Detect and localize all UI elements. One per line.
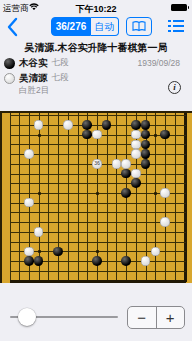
stone-black [141,130,151,140]
grid-line-horizontal [10,183,187,184]
stone-black [160,130,170,140]
star-point [38,250,41,253]
black-player-name: 木谷实 [19,57,48,70]
next-move-button[interactable]: + [157,307,185,328]
book-button[interactable] [126,17,152,36]
game-date: 1939/09/28 [137,58,180,68]
grid-line-horizontal [10,115,187,116]
grid-line-vertical [19,111,20,282]
black-stone-icon [4,58,15,69]
stone-white [34,227,44,237]
auto-play-segment[interactable]: 自动 [91,17,119,36]
status-bar: 运营商 下午10:22 [0,0,192,15]
stone-white: 36 [92,159,102,169]
stone-white [131,140,141,150]
white-player-row: 吴清源 七段 [4,72,69,84]
move-stepper: − + [127,306,185,329]
grid-line-vertical [48,111,49,282]
grid-line-vertical [175,111,176,282]
move-counter-segment[interactable]: 36/276 [51,17,91,36]
move-slider-knob[interactable] [18,308,36,326]
grid-line-vertical [58,111,59,282]
grid-line-vertical [10,111,11,282]
stone-white [24,247,34,257]
stone-black [141,140,151,150]
stone-black [53,247,63,257]
grid-line-vertical [184,111,187,282]
star-point [38,192,41,195]
stone-black [131,178,141,188]
grid-line-horizontal [10,212,187,213]
star-point [96,192,99,195]
stone-white [63,120,73,130]
star-point [96,250,99,253]
grid-line-vertical [78,111,79,282]
stone-black [131,120,141,130]
open-book-icon [132,21,146,32]
stone-white [151,247,161,257]
white-player-name: 吴清源 [19,72,48,85]
star-point [38,134,41,137]
grid-line-horizontal [10,144,187,145]
stone-black [82,130,92,140]
game-result: 白胜2目 [19,85,49,97]
battery-icon [171,4,187,11]
move-list-button[interactable] [168,19,184,33]
stone-black [141,159,151,169]
stone-black [34,256,44,266]
stone-white [24,149,34,159]
white-stone-icon [4,73,15,84]
stone-white [141,256,151,266]
grid-line-vertical [116,111,117,282]
grid-line-horizontal [10,203,187,204]
black-player-row: 木谷实 七段 [4,57,69,69]
nav-bar: 36/276 自动 [0,15,192,40]
stone-black [141,149,151,159]
white-player-rank: 七段 [52,72,69,84]
stone-black [121,256,131,266]
game-title: 吴清源.木谷实升降十番棋第一局 [0,41,192,55]
app-screen: 运营商 下午10:22 36/276 自动 吴清源.木谷实升降十番棋第一局 木谷… [0,0,192,341]
stone-black [82,120,92,130]
move-counter-segmented-control: 36/276 自动 [51,17,119,36]
stone-white [131,130,141,140]
stone-white [160,217,170,227]
stone-white [34,120,44,130]
stone-white [112,159,122,169]
previous-move-button[interactable]: − [128,307,157,328]
stone-black [102,120,112,130]
stone-white [24,198,34,208]
grid-line-horizontal [10,174,187,175]
grid-line-horizontal [10,154,187,155]
stone-black [24,256,34,266]
star-point [154,134,157,137]
stone-black [141,120,151,130]
stone-black [121,188,131,198]
stone-white [160,188,170,198]
last-move-number: 36 [94,161,100,166]
back-button[interactable] [6,17,18,37]
info-button[interactable]: i [168,81,181,94]
grid-line-vertical [68,111,69,282]
go-board[interactable]: 36 [0,111,192,283]
stone-black [92,256,102,266]
stone-black [121,169,131,179]
grid-line-vertical [107,111,108,282]
grid-line-horizontal [10,242,187,243]
stone-white [121,159,131,169]
stone-white [92,130,102,140]
stone-white [131,149,141,159]
black-player-rank: 七段 [52,57,69,69]
stone-white [131,169,141,179]
grid-line-horizontal [10,271,187,272]
grid-line-horizontal [10,280,187,283]
grid-line-vertical [155,111,156,282]
star-point [154,192,157,195]
clock: 下午10:22 [0,3,192,16]
